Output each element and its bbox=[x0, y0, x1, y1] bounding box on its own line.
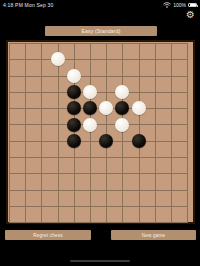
board-cell[interactable] bbox=[172, 207, 188, 223]
board-cell[interactable] bbox=[26, 60, 42, 76]
board-cell[interactable] bbox=[107, 142, 123, 158]
board-cell[interactable] bbox=[140, 191, 156, 207]
board-cell[interactable] bbox=[172, 77, 188, 93]
status-bar-time: 4:18 PM Mon Sep 30 bbox=[3, 2, 54, 8]
board-cell[interactable] bbox=[91, 125, 107, 141]
board-cell[interactable] bbox=[172, 191, 188, 207]
board-cell[interactable] bbox=[123, 60, 139, 76]
board-cell[interactable] bbox=[91, 109, 107, 125]
board-cell[interactable] bbox=[107, 158, 123, 174]
board-cell[interactable] bbox=[91, 191, 107, 207]
board-cell[interactable] bbox=[140, 77, 156, 93]
board-cell[interactable] bbox=[123, 191, 139, 207]
board-cell[interactable] bbox=[10, 60, 26, 76]
board-cell[interactable] bbox=[172, 93, 188, 109]
board-cell[interactable] bbox=[140, 125, 156, 141]
board-cell[interactable] bbox=[42, 77, 58, 93]
board-cell[interactable] bbox=[107, 174, 123, 190]
board-cell[interactable] bbox=[26, 142, 42, 158]
board-cell[interactable] bbox=[91, 142, 107, 158]
board-cell[interactable] bbox=[140, 174, 156, 190]
board-cell[interactable] bbox=[26, 44, 42, 60]
board-cell[interactable] bbox=[107, 44, 123, 60]
board-cell[interactable] bbox=[59, 125, 75, 141]
board-cell[interactable] bbox=[156, 93, 172, 109]
board-cell[interactable] bbox=[107, 77, 123, 93]
difficulty-label: Easy (Standard) bbox=[81, 28, 120, 34]
board-cell[interactable] bbox=[59, 93, 75, 109]
board-cell[interactable] bbox=[75, 77, 91, 93]
board-cell[interactable] bbox=[42, 142, 58, 158]
board-cell[interactable] bbox=[107, 60, 123, 76]
board-cell[interactable] bbox=[156, 174, 172, 190]
undo-move-label: Regret chess bbox=[33, 233, 62, 238]
board-cell[interactable] bbox=[42, 158, 58, 174]
new-game-label: New game bbox=[142, 233, 166, 238]
board-cell[interactable] bbox=[59, 142, 75, 158]
board-cell[interactable] bbox=[59, 158, 75, 174]
new-game-button[interactable]: New game bbox=[111, 230, 196, 240]
board-cell[interactable] bbox=[123, 174, 139, 190]
board-cell[interactable] bbox=[75, 93, 91, 109]
board-cell[interactable] bbox=[140, 109, 156, 125]
board-cell[interactable] bbox=[91, 174, 107, 190]
board-cell[interactable] bbox=[156, 77, 172, 93]
board-cell[interactable] bbox=[140, 207, 156, 223]
board-cell[interactable] bbox=[26, 158, 42, 174]
battery-icon bbox=[188, 3, 197, 8]
board-cell[interactable] bbox=[59, 174, 75, 190]
board-cell[interactable] bbox=[172, 109, 188, 125]
board-cell[interactable] bbox=[107, 191, 123, 207]
board-cell[interactable] bbox=[26, 93, 42, 109]
board-cell[interactable] bbox=[140, 60, 156, 76]
board-cell[interactable] bbox=[42, 191, 58, 207]
board-cell[interactable] bbox=[59, 77, 75, 93]
board-cell[interactable] bbox=[75, 174, 91, 190]
board-cell[interactable] bbox=[59, 191, 75, 207]
board-cell[interactable] bbox=[156, 60, 172, 76]
board-cell[interactable] bbox=[10, 77, 26, 93]
board-cell[interactable] bbox=[75, 44, 91, 60]
board-cell[interactable] bbox=[42, 93, 58, 109]
board-cell[interactable] bbox=[10, 109, 26, 125]
board-cell[interactable] bbox=[75, 207, 91, 223]
board-cell[interactable] bbox=[75, 125, 91, 141]
board-cell[interactable] bbox=[26, 109, 42, 125]
board-cell[interactable] bbox=[172, 125, 188, 141]
board-cell[interactable] bbox=[123, 44, 139, 60]
board-cell[interactable] bbox=[91, 207, 107, 223]
board-cell[interactable] bbox=[10, 93, 26, 109]
board-cell[interactable] bbox=[26, 174, 42, 190]
board-cell[interactable] bbox=[75, 60, 91, 76]
board-cell[interactable] bbox=[107, 125, 123, 141]
board-cell[interactable] bbox=[140, 93, 156, 109]
board-cell[interactable] bbox=[107, 109, 123, 125]
board-cell[interactable] bbox=[172, 60, 188, 76]
board-cell[interactable] bbox=[123, 142, 139, 158]
board-cell[interactable] bbox=[10, 125, 26, 141]
board-cell[interactable] bbox=[10, 142, 26, 158]
board-cell[interactable] bbox=[123, 158, 139, 174]
board-cell[interactable] bbox=[75, 142, 91, 158]
board-cell[interactable] bbox=[42, 125, 58, 141]
wifi-icon bbox=[163, 2, 171, 8]
board-cell[interactable] bbox=[26, 77, 42, 93]
board-cell[interactable] bbox=[59, 60, 75, 76]
board-cell[interactable] bbox=[91, 77, 107, 93]
board-cell[interactable] bbox=[59, 109, 75, 125]
home-indicator[interactable] bbox=[70, 260, 130, 263]
board-cell[interactable] bbox=[26, 207, 42, 223]
board-cell[interactable] bbox=[26, 191, 42, 207]
board-cell[interactable] bbox=[123, 93, 139, 109]
board-cell[interactable] bbox=[42, 109, 58, 125]
board-cell[interactable] bbox=[91, 158, 107, 174]
board-cell[interactable] bbox=[75, 191, 91, 207]
board-cell[interactable] bbox=[42, 207, 58, 223]
gear-icon[interactable]: ⚙ bbox=[186, 10, 195, 20]
app-screen: 4:18 PM Mon Sep 30 100% ⚙ Easy (Standard… bbox=[0, 0, 200, 266]
board-cell[interactable] bbox=[140, 142, 156, 158]
undo-move-button[interactable]: Regret chess bbox=[5, 230, 91, 240]
board-cell[interactable] bbox=[107, 207, 123, 223]
board-cell[interactable] bbox=[75, 158, 91, 174]
gomoku-board[interactable] bbox=[6, 40, 195, 224]
board-cell[interactable] bbox=[42, 60, 58, 76]
board-cell[interactable] bbox=[123, 109, 139, 125]
board-cell[interactable] bbox=[140, 158, 156, 174]
board-cell[interactable] bbox=[156, 191, 172, 207]
board-cell[interactable] bbox=[172, 142, 188, 158]
board-cell[interactable] bbox=[42, 174, 58, 190]
board-cell[interactable] bbox=[123, 125, 139, 141]
board-cell[interactable] bbox=[172, 158, 188, 174]
board-cell[interactable] bbox=[75, 109, 91, 125]
board-cell[interactable] bbox=[10, 191, 26, 207]
board-cell[interactable] bbox=[172, 44, 188, 60]
board-cell[interactable] bbox=[156, 142, 172, 158]
board-cell[interactable] bbox=[10, 44, 26, 60]
board-cell[interactable] bbox=[91, 60, 107, 76]
board-cell[interactable] bbox=[123, 207, 139, 223]
board-cell[interactable] bbox=[91, 44, 107, 60]
board-cell[interactable] bbox=[10, 207, 26, 223]
board-cell[interactable] bbox=[91, 93, 107, 109]
board-cell[interactable] bbox=[26, 125, 42, 141]
board-cell[interactable] bbox=[156, 109, 172, 125]
board-cell[interactable] bbox=[107, 93, 123, 109]
board-grid[interactable] bbox=[9, 43, 188, 223]
board-cell[interactable] bbox=[156, 158, 172, 174]
board-cell[interactable] bbox=[10, 158, 26, 174]
board-cell[interactable] bbox=[156, 125, 172, 141]
battery-percent: 100% bbox=[173, 2, 186, 8]
board-cell[interactable] bbox=[123, 77, 139, 93]
status-bar-right: 100% bbox=[163, 2, 197, 8]
board-cell[interactable] bbox=[140, 44, 156, 60]
board-cell[interactable] bbox=[59, 44, 75, 60]
board-cell[interactable] bbox=[172, 174, 188, 190]
board-cell[interactable] bbox=[156, 44, 172, 60]
board-cell[interactable] bbox=[10, 174, 26, 190]
board-cell[interactable] bbox=[156, 207, 172, 223]
board-cell[interactable] bbox=[59, 207, 75, 223]
difficulty-title-bar: Easy (Standard) bbox=[45, 26, 157, 36]
board-cell[interactable] bbox=[42, 44, 58, 60]
